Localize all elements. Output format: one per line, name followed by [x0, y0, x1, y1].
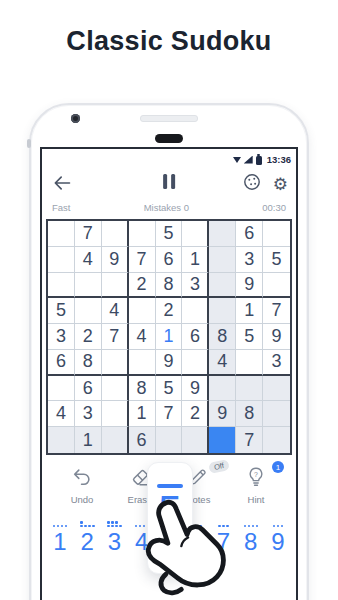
page-title: Classic Sudoku [0, 26, 338, 57]
cell-r7c2[interactable]: 6 [75, 376, 102, 402]
game-header: ⚙ [42, 170, 296, 200]
cell-r4c4[interactable] [129, 298, 156, 324]
cell-r3c2[interactable] [75, 273, 102, 299]
cell-r7c5[interactable]: 5 [156, 376, 183, 402]
undo-button[interactable]: Undo [58, 466, 106, 505]
cell-r2c1[interactable] [48, 247, 75, 273]
cell-r2c2[interactable]: 4 [75, 247, 102, 273]
cell-r1c1[interactable] [48, 221, 75, 247]
cell-r8c9[interactable] [263, 401, 290, 427]
remaining-dots-8 [244, 518, 259, 527]
signal-icon [244, 156, 253, 164]
cell-r3c9[interactable] [263, 273, 290, 299]
pause-icon [163, 174, 167, 189]
cell-r8c4[interactable]: 1 [129, 401, 156, 427]
back-arrow-icon [52, 173, 72, 193]
cell-r2c3[interactable]: 9 [102, 247, 129, 273]
cell-r8c6[interactable]: 2 [182, 401, 209, 427]
cell-r7c1[interactable] [48, 376, 75, 402]
settings-button[interactable]: ⚙ [273, 176, 288, 193]
cell-r6c1[interactable]: 6 [48, 350, 75, 376]
cell-r9c6[interactable] [182, 427, 209, 453]
cell-r9c3[interactable] [102, 427, 129, 453]
cell-r5c8[interactable]: 5 [236, 324, 263, 350]
cell-r4c8[interactable]: 1 [236, 298, 263, 324]
cell-r7c9[interactable] [263, 376, 290, 402]
cell-r8c5[interactable]: 7 [156, 401, 183, 427]
hint-label: Hint [248, 494, 265, 505]
pointer-hand-icon [136, 499, 244, 600]
speaker-slot [140, 115, 198, 122]
cell-r8c7[interactable]: 9 [209, 401, 236, 427]
numpad-digit-8: 8 [244, 530, 257, 554]
cell-r9c2[interactable]: 1 [75, 427, 102, 453]
sudoku-grid: 7564976135283954217327416859689436859431… [46, 219, 292, 455]
cell-r7c8[interactable] [236, 376, 263, 402]
cell-r2c9[interactable]: 5 [263, 247, 290, 273]
pause-button[interactable] [161, 174, 177, 189]
cell-r6c2[interactable]: 8 [75, 350, 102, 376]
mistakes-label: Mistakes 0 [144, 202, 189, 215]
numpad-key-9[interactable]: 9 [265, 518, 291, 554]
cell-r1c4[interactable] [129, 221, 156, 247]
cell-r8c3[interactable] [102, 401, 129, 427]
cell-r6c4[interactable] [129, 350, 156, 376]
earpiece-pill [155, 134, 183, 143]
numpad-digit-1: 1 [53, 530, 66, 554]
cell-r1c6[interactable] [182, 221, 209, 247]
cell-r3c6[interactable]: 3 [182, 273, 209, 299]
numpad-digit-3: 3 [108, 530, 121, 554]
back-button[interactable] [52, 173, 72, 193]
smiley-icon [243, 173, 261, 191]
cell-r1c3[interactable] [102, 221, 129, 247]
status-bar: 13:36 [42, 149, 296, 167]
notes-off-badge: Off [208, 459, 230, 474]
cell-r2c6[interactable]: 1 [182, 247, 209, 273]
numpad-key-3[interactable]: 3 [102, 518, 128, 554]
cell-r9c4[interactable]: 6 [129, 427, 156, 453]
cell-r5c2[interactable]: 2 [75, 324, 102, 350]
game-subheader: Fast Mistakes 0 00:30 [42, 202, 296, 215]
cell-r1c5[interactable]: 5 [156, 221, 183, 247]
status-time: 13:36 [267, 154, 291, 165]
cell-r4c5[interactable]: 2 [156, 298, 183, 324]
undo-icon [71, 466, 93, 492]
screenshot-stage: Classic Sudoku 13:36 [0, 0, 338, 600]
cell-r7c4[interactable]: 8 [129, 376, 156, 402]
remaining-dots-1 [53, 518, 68, 527]
cell-r3c8[interactable]: 9 [236, 273, 263, 299]
cell-r8c8[interactable]: 8 [236, 401, 263, 427]
cell-r6c3[interactable] [102, 350, 129, 376]
cell-r3c7[interactable] [209, 273, 236, 299]
cell-r9c5[interactable] [156, 427, 183, 453]
numpad-key-2[interactable]: 2 [74, 518, 100, 554]
cell-r9c9[interactable] [263, 427, 290, 453]
cell-r5c7[interactable]: 8 [209, 324, 236, 350]
battery-icon [256, 154, 262, 165]
difficulty-label: Fast [52, 202, 70, 215]
cell-r3c3[interactable] [102, 273, 129, 299]
cell-r5c4[interactable]: 4 [129, 324, 156, 350]
cell-r3c5[interactable]: 8 [156, 273, 183, 299]
cell-r9c7[interactable] [209, 427, 236, 453]
gear-icon: ⚙ [273, 175, 288, 194]
cell-r1c2[interactable]: 7 [75, 221, 102, 247]
cell-r2c8[interactable]: 3 [236, 247, 263, 273]
numpad-digit-2: 2 [81, 530, 94, 554]
remaining-dots-3 [107, 518, 122, 527]
cell-r8c1[interactable]: 4 [48, 401, 75, 427]
cell-r6c5[interactable]: 9 [156, 350, 183, 376]
undo-label: Undo [71, 494, 94, 505]
smiley-button[interactable] [243, 173, 261, 195]
remaining-dots-2 [80, 518, 95, 527]
cell-r6c8[interactable] [236, 350, 263, 376]
cell-r5c1[interactable]: 3 [48, 324, 75, 350]
remaining-dots-9 [273, 518, 284, 527]
cell-r5c6[interactable]: 6 [182, 324, 209, 350]
cell-r9c8[interactable]: 7 [236, 427, 263, 453]
cell-r1c7[interactable] [209, 221, 236, 247]
cell-r2c4[interactable]: 7 [129, 247, 156, 273]
cell-r6c7[interactable]: 4 [209, 350, 236, 376]
cell-r4c1[interactable]: 5 [48, 298, 75, 324]
cell-r3c1[interactable] [48, 273, 75, 299]
cell-r6c6[interactable] [182, 350, 209, 376]
cell-r5c9[interactable]: 9 [263, 324, 290, 350]
cell-r6c9[interactable]: 3 [263, 350, 290, 376]
cell-r1c9[interactable] [263, 221, 290, 247]
cell-r3c4[interactable]: 2 [129, 273, 156, 299]
timer-label: 00:30 [262, 202, 286, 215]
cell-r5c5[interactable]: 1 [156, 324, 183, 350]
hint-bulb-icon: ? [245, 466, 267, 492]
hint-count-badge: 1 [272, 461, 284, 473]
cell-r2c7[interactable] [209, 247, 236, 273]
numpad-digit-9: 9 [271, 530, 284, 554]
side-button [27, 139, 31, 148]
cell-r4c6[interactable] [182, 298, 209, 324]
cell-r9c1[interactable] [48, 427, 75, 453]
numpad-key-1[interactable]: 1 [47, 518, 73, 554]
cell-r7c3[interactable] [102, 376, 129, 402]
cell-r2c5[interactable]: 6 [156, 247, 183, 273]
cell-r5c3[interactable]: 7 [102, 324, 129, 350]
cell-r8c2[interactable]: 3 [75, 401, 102, 427]
cell-r1c8[interactable]: 6 [236, 221, 263, 247]
cell-r4c2[interactable] [75, 298, 102, 324]
cell-r7c6[interactable]: 9 [182, 376, 209, 402]
camera-icon [71, 114, 80, 123]
wifi-icon [233, 157, 241, 163]
cell-r4c3[interactable]: 4 [102, 298, 129, 324]
cell-r7c7[interactable] [209, 376, 236, 402]
svg-text:?: ? [254, 471, 258, 478]
cell-r4c9[interactable]: 7 [263, 298, 290, 324]
cell-r4c7[interactable] [209, 298, 236, 324]
